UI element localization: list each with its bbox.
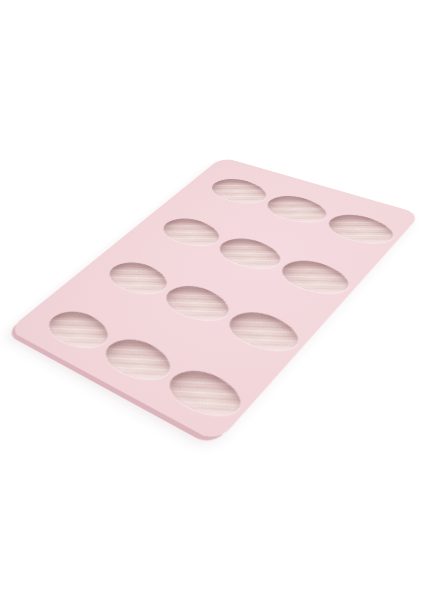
- mold-cavity-r1c1: [204, 174, 274, 208]
- mold-cavity-r4c3: [160, 362, 252, 425]
- mold-cavity-r2c2: [211, 233, 289, 275]
- mold-cavity-r4c2: [96, 332, 181, 389]
- mold-cavity-r3c1: [101, 256, 177, 300]
- silicone-mold: [8, 157, 421, 443]
- mold-cavity-r2c1: [155, 213, 228, 252]
- mold-cavity-r3c2: [157, 279, 238, 328]
- mold-cavity-r2c3: [274, 254, 358, 301]
- mold-cavity-r1c2: [260, 191, 335, 228]
- product-photo: [0, 0, 424, 600]
- mold-cavity-r1c3: [321, 209, 401, 249]
- mold-cavity-r3c3: [220, 305, 308, 359]
